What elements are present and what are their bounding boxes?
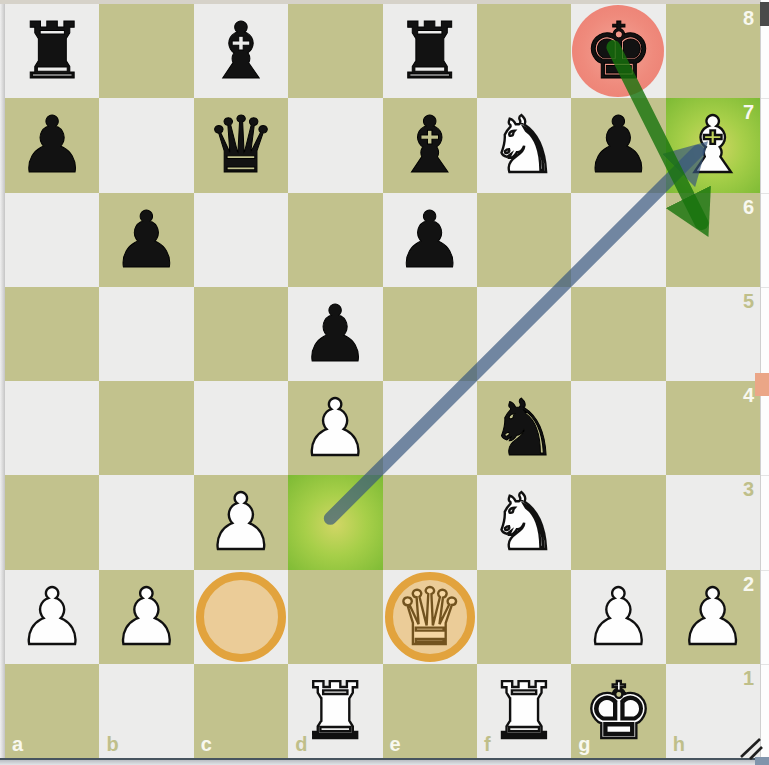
- file-label-c: c: [201, 734, 212, 754]
- square-a3[interactable]: [5, 475, 99, 569]
- rank-label-1: 1: [743, 668, 754, 688]
- piece-black-bishop-e7[interactable]: ♝: [383, 98, 477, 192]
- file-label-a: a: [12, 734, 23, 754]
- square-g5[interactable]: [571, 287, 665, 381]
- right-panel-divider: [761, 98, 769, 99]
- piece-black-pawn-e6[interactable]: ♟︎: [383, 193, 477, 287]
- rank-label-8: 8: [743, 8, 754, 28]
- square-g4[interactable]: [571, 381, 665, 475]
- square-b4[interactable]: [99, 381, 193, 475]
- square-c6[interactable]: [194, 193, 288, 287]
- piece-black-knight-f4[interactable]: ♞: [477, 381, 571, 475]
- square-b7[interactable]: [99, 98, 193, 192]
- piece-white-king-g1[interactable]: ♚: [571, 664, 665, 758]
- piece-black-queen-c7[interactable]: ♛: [194, 98, 288, 192]
- square-g6[interactable]: [571, 193, 665, 287]
- square-a5[interactable]: [5, 287, 99, 381]
- square-b5[interactable]: [99, 287, 193, 381]
- right-panel-divider: [761, 475, 769, 476]
- piece-black-rook-e8[interactable]: ♜: [383, 4, 477, 98]
- right-panel-divider: [761, 287, 769, 288]
- highlight-green-d3: [288, 475, 382, 569]
- square-c1[interactable]: c: [194, 664, 288, 758]
- square-g3[interactable]: [571, 475, 665, 569]
- circle-orange-e2: [385, 572, 475, 662]
- piece-white-pawn-d4[interactable]: ♟︎: [288, 381, 382, 475]
- square-h5[interactable]: 5: [666, 287, 760, 381]
- square-e5[interactable]: [383, 287, 477, 381]
- piece-white-pawn-h2[interactable]: ♟︎: [666, 570, 760, 664]
- piece-black-pawn-b6[interactable]: ♟︎: [99, 193, 193, 287]
- piece-white-pawn-c3[interactable]: ♟︎: [194, 475, 288, 569]
- file-label-e: e: [390, 734, 401, 754]
- bottom-strip: [0, 758, 769, 765]
- square-c4[interactable]: [194, 381, 288, 475]
- square-a4[interactable]: [5, 381, 99, 475]
- square-d7[interactable]: [288, 98, 382, 192]
- chess-board: 8765432abcdefgh1♜♝♜♚♟︎♛♝♞♟︎♝♟︎♟︎♟︎♟︎♞♟︎♞…: [5, 4, 760, 758]
- square-e4[interactable]: [383, 381, 477, 475]
- rank-label-4: 4: [743, 385, 754, 405]
- square-c5[interactable]: [194, 287, 288, 381]
- square-e3[interactable]: [383, 475, 477, 569]
- file-label-b: b: [106, 734, 118, 754]
- rank-label-5: 5: [743, 291, 754, 311]
- square-h8[interactable]: 8: [666, 4, 760, 98]
- file-label-h: h: [673, 734, 685, 754]
- square-b1[interactable]: b: [99, 664, 193, 758]
- piece-white-pawn-g2[interactable]: ♟︎: [571, 570, 665, 664]
- square-d3[interactable]: [288, 475, 382, 569]
- piece-black-pawn-a7[interactable]: ♟︎: [5, 98, 99, 192]
- square-d8[interactable]: [288, 4, 382, 98]
- piece-white-knight-f3[interactable]: ♞: [477, 475, 571, 569]
- piece-white-rook-d1[interactable]: ♜: [288, 664, 382, 758]
- piece-white-pawn-b2[interactable]: ♟︎: [99, 570, 193, 664]
- piece-black-bishop-c8[interactable]: ♝: [194, 4, 288, 98]
- piece-white-bishop-h7[interactable]: ♝: [666, 98, 760, 192]
- piece-white-knight-f7[interactable]: ♞: [477, 98, 571, 192]
- square-f2[interactable]: [477, 570, 571, 664]
- square-b8[interactable]: [99, 4, 193, 98]
- square-h4[interactable]: 4: [666, 381, 760, 475]
- right-panel-divider: [761, 193, 769, 194]
- right-panel-divider: [761, 664, 769, 665]
- square-e1[interactable]: e: [383, 664, 477, 758]
- chess-analysis-page: 8765432abcdefgh1♜♝♜♚♟︎♛♝♞♟︎♝♟︎♟︎♟︎♟︎♞♟︎♞…: [0, 0, 769, 765]
- rank-label-3: 3: [743, 479, 754, 499]
- square-f8[interactable]: [477, 4, 571, 98]
- square-d6[interactable]: [288, 193, 382, 287]
- square-b3[interactable]: [99, 475, 193, 569]
- square-f5[interactable]: [477, 287, 571, 381]
- square-a6[interactable]: [5, 193, 99, 287]
- piece-black-king-g8[interactable]: ♚: [571, 4, 665, 98]
- piece-white-pawn-a2[interactable]: ♟︎: [5, 570, 99, 664]
- circle-orange-c2: [196, 572, 286, 662]
- rank-label-6: 6: [743, 197, 754, 217]
- right-panel-divider: [761, 570, 769, 571]
- scrollbar-thumb[interactable]: [760, 2, 769, 26]
- piece-black-rook-a8[interactable]: ♜: [5, 4, 99, 98]
- resize-handle-icon[interactable]: [738, 738, 764, 760]
- square-h6[interactable]: 6: [666, 193, 760, 287]
- piece-black-pawn-g7[interactable]: ♟︎: [571, 98, 665, 192]
- square-h3[interactable]: 3: [666, 475, 760, 569]
- square-d2[interactable]: [288, 570, 382, 664]
- square-a1[interactable]: a: [5, 664, 99, 758]
- square-f6[interactable]: [477, 193, 571, 287]
- orange-marker: [755, 373, 769, 396]
- piece-white-rook-f1[interactable]: ♜: [477, 664, 571, 758]
- piece-black-pawn-d5[interactable]: ♟︎: [288, 287, 382, 381]
